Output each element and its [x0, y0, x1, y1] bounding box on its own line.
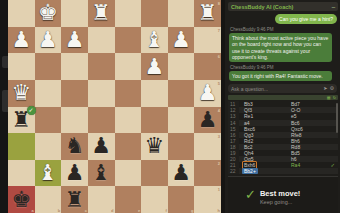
white-queen: ♛ [11, 82, 31, 104]
move-number: 22 [228, 168, 239, 174]
coach-message-bubble: You got it right with Ra4! Fantastic mov… [229, 71, 332, 81]
square-e7[interactable] [115, 27, 142, 54]
black-bishop: ♝ [91, 162, 111, 184]
square-c3[interactable]: ♞ [61, 133, 88, 160]
move-row-check-icon: ✓ [330, 162, 338, 168]
rank-label-6: 6 [218, 54, 220, 59]
file-label-d: d [111, 208, 113, 213]
move-list-header: ▦ ↻ [228, 95, 338, 100]
black-move-14[interactable]: Bc6 [289, 120, 302, 126]
feedback-title: Best move! [260, 189, 300, 198]
send-icon[interactable]: ➤ [323, 86, 327, 91]
message-meta: ChessBuddy 9:46 PM [230, 27, 337, 32]
black-move-15[interactable]: Qxc6 [289, 126, 305, 132]
black-rook: ♜ [65, 189, 85, 211]
black-knight: ♞ [65, 135, 85, 157]
black-queen: ♛ [145, 135, 165, 157]
square-g3[interactable] [168, 133, 195, 160]
square-h4[interactable]: ♟4 [194, 107, 221, 134]
square-b2[interactable]: ♝ [35, 160, 62, 187]
white-rook: ♜ [91, 2, 111, 24]
user-message-bubble: Can you give me a hint? [275, 14, 337, 24]
square-d5[interactable] [88, 80, 115, 107]
file-label-g: g [191, 208, 193, 213]
square-h2[interactable]: 2 [194, 160, 221, 187]
coach-message-bubble: Think about the most active piece you ha… [229, 33, 332, 62]
rank-label-7: 7 [218, 28, 220, 33]
move-list-scrollbar[interactable] [336, 103, 338, 133]
rank-label-4: 4 [218, 108, 220, 113]
square-d3[interactable]: ♟ [88, 133, 115, 160]
rank-label-2: 2 [218, 161, 220, 166]
user-message-row: Can you give me a hint? [228, 14, 337, 24]
black-move-12[interactable]: O-O [289, 107, 302, 113]
square-a5[interactable]: ♛ [8, 80, 35, 107]
minimize-icon[interactable]: – [332, 4, 335, 10]
square-f8[interactable] [141, 0, 168, 27]
square-h8[interactable]: ♜8 [194, 0, 221, 27]
white-pawn: ♟ [65, 29, 85, 51]
square-h5[interactable]: ♟5 [194, 80, 221, 107]
white-bishop: ♝ [145, 29, 165, 51]
black-move-17[interactable]: Bh6 [289, 138, 302, 144]
white-pawn: ♟ [198, 82, 218, 104]
chat-input-placeholder: Ask a question... [231, 86, 321, 92]
square-e8[interactable] [115, 0, 142, 27]
square-g5[interactable] [168, 80, 195, 107]
white-pawn: ♟ [11, 29, 31, 51]
white-move-17[interactable]: Rd2 [242, 138, 255, 144]
square-c6[interactable] [61, 53, 88, 80]
file-label-c: c [85, 208, 87, 213]
square-h7[interactable]: 7 [194, 27, 221, 54]
black-move-11[interactable]: Bd7 [289, 101, 302, 107]
message-meta: ChessBuddy 9:46 PM [230, 65, 337, 70]
square-b8[interactable]: ♚ [35, 0, 62, 27]
black-pawn: ♟ [91, 135, 111, 157]
square-c7[interactable]: ♟ [61, 27, 88, 54]
move-list: 11Bb3Bd712Qf3O-O13Re1e514a4Bc615Bxc6Qxc6… [228, 101, 338, 174]
chat-title: ChessBuddy AI (Coach) [231, 4, 332, 10]
square-g6[interactable] [168, 53, 195, 80]
square-f6[interactable]: ♟ [141, 53, 168, 80]
chat-input[interactable]: Ask a question... ➤ ⚙ [228, 84, 337, 93]
square-g8[interactable] [168, 0, 195, 27]
black-move-18[interactable]: Rd8 [289, 144, 302, 150]
settings-icon[interactable]: ⚙ [330, 86, 334, 91]
chat-header: ChessBuddy AI (Coach) – [228, 2, 338, 11]
move-row-22: 22Bb2+ [228, 168, 338, 174]
square-e6[interactable] [115, 53, 142, 80]
square-b3[interactable] [35, 133, 62, 160]
square-c8[interactable] [61, 0, 88, 27]
white-move-18[interactable]: Bc2 [242, 144, 255, 150]
square-d8[interactable]: ♜ [88, 0, 115, 27]
square-f2[interactable] [141, 160, 168, 187]
square-d1[interactable]: d [88, 186, 115, 213]
rank-label-1: 1 [218, 187, 220, 192]
black-move-19[interactable]: Bd5 [289, 150, 302, 156]
left-nav-sliver [0, 0, 8, 213]
file-label-b: b [58, 208, 60, 213]
square-b1[interactable]: b [35, 186, 62, 213]
square-d2[interactable]: ♝ [88, 160, 115, 187]
square-f3[interactable]: ♛ [141, 133, 168, 160]
square-d4[interactable] [88, 107, 115, 134]
square-d6[interactable] [88, 53, 115, 80]
square-b5[interactable] [35, 80, 62, 107]
white-rook: ♜ [198, 2, 218, 24]
square-h6[interactable]: 6 [194, 53, 221, 80]
grid-icon[interactable]: ▦ [327, 96, 331, 100]
white-move-16[interactable]: Qg3 [242, 132, 255, 138]
black-move-21[interactable]: Ra4 [289, 162, 302, 168]
square-c4[interactable] [61, 107, 88, 134]
square-a7[interactable]: ♟ [8, 27, 35, 54]
file-label-f: f [165, 208, 166, 213]
white-pawn: ♟ [171, 29, 191, 51]
square-e5[interactable] [115, 80, 142, 107]
white-move-15[interactable]: Bxc6 [242, 126, 257, 132]
square-d7[interactable] [88, 27, 115, 54]
white-move-19[interactable]: Qh4 [242, 150, 255, 156]
black-move-13[interactable]: e5 [289, 113, 299, 119]
square-b6[interactable] [35, 53, 62, 80]
rank-label-5: 5 [218, 81, 220, 86]
square-h3[interactable]: 3 [194, 133, 221, 160]
square-f1[interactable]: f [141, 186, 168, 213]
rank-label-8: 8 [218, 1, 220, 6]
square-a8[interactable] [8, 0, 35, 27]
white-move-12[interactable]: Qf3 [242, 107, 254, 113]
chat-messages: Can you give me a hint?ChessBuddy 9:46 P… [228, 13, 338, 83]
file-label-e: e [138, 208, 140, 213]
rank-label-3: 3 [218, 134, 220, 139]
square-e2[interactable] [115, 160, 142, 187]
move-list-rows: 11Bb3Bd712Qf3O-O13Re1e514a4Bc615Bxc6Qxc6… [228, 101, 338, 174]
square-a1[interactable]: ♚a [8, 186, 35, 213]
square-g1[interactable]: g [168, 186, 195, 213]
white-pawn: ♟ [38, 29, 58, 51]
white-move-22[interactable]: Bb2+ [242, 168, 258, 174]
square-c2[interactable]: ♟ [61, 160, 88, 187]
black-move-16[interactable]: Rfe8 [289, 132, 304, 138]
square-b7[interactable]: ♟ [35, 27, 62, 54]
square-g7[interactable]: ♟ [168, 27, 195, 54]
white-move-14[interactable]: a4 [242, 120, 252, 126]
feedback-subtitle: Keep going... [260, 199, 300, 205]
square-a4[interactable]: ♜✓ [8, 107, 35, 134]
black-pawn: ♟ [65, 162, 85, 184]
best-move-check-icon: ✓ [27, 106, 36, 115]
chess-board: ♚♜♜8♟♟♟♝♟7♟6♛♟5♜✓♟4♞♟♛3♝♟♝♟2♚ab♜cdefg1h [8, 0, 221, 213]
square-b4[interactable] [35, 107, 62, 134]
square-f5[interactable] [141, 80, 168, 107]
square-a3[interactable] [8, 133, 35, 160]
white-pawn: ♟ [145, 56, 165, 78]
black-pawn: ♟ [171, 162, 191, 184]
best-move-feedback-check-icon: ✓ [245, 189, 256, 201]
feedback-card: ✓ Best move! Keep going... VIEW THE SOLU… [228, 176, 338, 213]
white-move-11[interactable]: Bb3 [242, 101, 255, 107]
square-f7[interactable]: ♝ [141, 27, 168, 54]
white-move-13[interactable]: Re1 [242, 113, 255, 119]
square-c5[interactable] [61, 80, 88, 107]
square-e3[interactable] [115, 133, 142, 160]
white-bishop: ♝ [38, 162, 58, 184]
white-king: ♚ [38, 2, 58, 24]
square-g4[interactable] [168, 107, 195, 134]
black-move-20[interactable]: h6 [289, 156, 299, 162]
square-h1[interactable]: 1h [194, 186, 221, 213]
square-c1[interactable]: ♜c [61, 186, 88, 213]
file-label-a: a [31, 208, 33, 213]
coach-panel: ChessBuddy AI (Coach) – Can you give me … [225, 0, 340, 213]
file-label-h: h [218, 208, 220, 213]
square-e4[interactable] [115, 107, 142, 134]
black-king: ♚ [11, 189, 31, 211]
square-f4[interactable] [141, 107, 168, 134]
chessbuddy-app-window: ♚♜♜8♟♟♟♝♟7♟6♛♟5♜✓♟4♞♟♛3♝♟♝♟2♚ab♜cdefg1h … [0, 0, 340, 213]
square-a2[interactable] [8, 160, 35, 187]
refresh-icon[interactable]: ↻ [333, 96, 336, 100]
black-pawn: ♟ [198, 109, 218, 131]
square-a6[interactable] [8, 53, 35, 80]
square-e1[interactable]: e [115, 186, 142, 213]
square-g2[interactable]: ♟ [168, 160, 195, 187]
